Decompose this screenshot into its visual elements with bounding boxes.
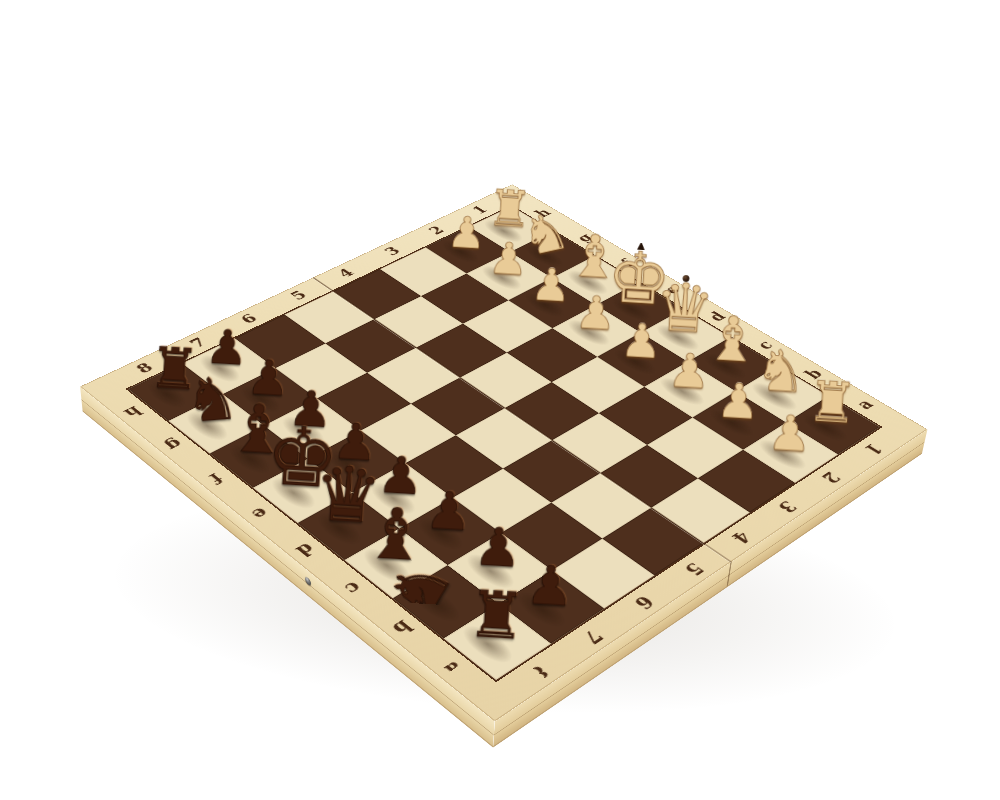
black-pawn-a7[interactable]: ♟: [524, 557, 576, 614]
white-pawn-c2[interactable]: ♟: [667, 346, 712, 396]
photo-scene: hgfedcba hgfedcba 12345678 12345678 ♜♞♝♚…: [0, 0, 1000, 800]
black-pawn-c7[interactable]: ♟: [424, 483, 474, 538]
white-pawn-g2[interactable]: ♟: [487, 235, 529, 281]
white-pawn-d2[interactable]: ♟: [619, 317, 663, 366]
white-pawn-a2[interactable]: ♟: [766, 407, 813, 458]
black-rook-a8[interactable]: ♜: [465, 582, 527, 650]
black-pawn-b7[interactable]: ♟: [473, 519, 524, 575]
white-pawn-e2[interactable]: ♟: [574, 288, 617, 336]
clasp-pin: [305, 576, 311, 587]
white-pawn-b2[interactable]: ♟: [716, 376, 762, 427]
white-pawn-f2[interactable]: ♟: [530, 261, 573, 308]
